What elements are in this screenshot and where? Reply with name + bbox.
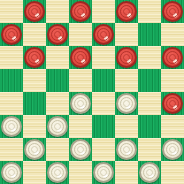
red-man[interactable] bbox=[70, 1, 91, 22]
square-r7c1[interactable] bbox=[23, 161, 46, 184]
square-r6c6[interactable] bbox=[138, 138, 161, 161]
square-r5c6[interactable] bbox=[138, 115, 161, 138]
square-r3c0[interactable] bbox=[0, 69, 23, 92]
white-man[interactable] bbox=[24, 139, 45, 160]
red-man[interactable] bbox=[47, 24, 68, 45]
square-r5c7[interactable] bbox=[161, 115, 184, 138]
square-r3c1[interactable] bbox=[23, 69, 46, 92]
white-man[interactable] bbox=[47, 116, 68, 137]
square-r5c3[interactable] bbox=[69, 115, 92, 138]
square-r2c4[interactable] bbox=[92, 46, 115, 69]
square-r2c6[interactable] bbox=[138, 46, 161, 69]
square-r6c2[interactable] bbox=[46, 138, 69, 161]
square-r0c2[interactable] bbox=[46, 0, 69, 23]
square-r4c7[interactable] bbox=[161, 92, 184, 115]
square-r2c2[interactable] bbox=[46, 46, 69, 69]
red-man[interactable] bbox=[24, 47, 45, 68]
white-man[interactable] bbox=[70, 139, 91, 160]
square-r1c6[interactable] bbox=[138, 23, 161, 46]
red-man[interactable] bbox=[1, 24, 22, 45]
white-man[interactable] bbox=[1, 162, 22, 183]
square-r2c3[interactable] bbox=[69, 46, 92, 69]
square-r7c0[interactable] bbox=[0, 161, 23, 184]
square-r7c5[interactable] bbox=[115, 161, 138, 184]
white-man[interactable] bbox=[139, 162, 160, 183]
red-man[interactable] bbox=[70, 47, 91, 68]
square-r3c4[interactable] bbox=[92, 69, 115, 92]
square-r6c4[interactable] bbox=[92, 138, 115, 161]
square-r3c7[interactable] bbox=[161, 69, 184, 92]
square-r2c7[interactable] bbox=[161, 46, 184, 69]
square-r3c2[interactable] bbox=[46, 69, 69, 92]
square-r7c4[interactable] bbox=[92, 161, 115, 184]
square-r4c0[interactable] bbox=[0, 92, 23, 115]
square-r0c3[interactable] bbox=[69, 0, 92, 23]
square-r1c1[interactable] bbox=[23, 23, 46, 46]
white-man[interactable] bbox=[162, 139, 183, 160]
square-r1c7[interactable] bbox=[161, 23, 184, 46]
square-r0c4[interactable] bbox=[92, 0, 115, 23]
square-r2c0[interactable] bbox=[0, 46, 23, 69]
white-man[interactable] bbox=[47, 162, 68, 183]
square-r7c2[interactable] bbox=[46, 161, 69, 184]
white-man[interactable] bbox=[1, 116, 22, 137]
square-r0c6[interactable] bbox=[138, 0, 161, 23]
square-r0c5[interactable] bbox=[115, 0, 138, 23]
white-man[interactable] bbox=[116, 93, 137, 114]
square-r4c6[interactable] bbox=[138, 92, 161, 115]
square-r1c2[interactable] bbox=[46, 23, 69, 46]
square-r4c2[interactable] bbox=[46, 92, 69, 115]
red-man[interactable] bbox=[24, 1, 45, 22]
square-r1c0[interactable] bbox=[0, 23, 23, 46]
square-r4c5[interactable] bbox=[115, 92, 138, 115]
square-r6c3[interactable] bbox=[69, 138, 92, 161]
white-man[interactable] bbox=[70, 93, 91, 114]
checkers-board bbox=[0, 0, 184, 184]
square-r1c5[interactable] bbox=[115, 23, 138, 46]
square-r5c4[interactable] bbox=[92, 115, 115, 138]
red-man[interactable] bbox=[162, 1, 183, 22]
square-r5c1[interactable] bbox=[23, 115, 46, 138]
square-r3c3[interactable] bbox=[69, 69, 92, 92]
square-r7c7[interactable] bbox=[161, 161, 184, 184]
square-r7c3[interactable] bbox=[69, 161, 92, 184]
square-r6c0[interactable] bbox=[0, 138, 23, 161]
square-r5c5[interactable] bbox=[115, 115, 138, 138]
square-r0c7[interactable] bbox=[161, 0, 184, 23]
square-r1c4[interactable] bbox=[92, 23, 115, 46]
red-man[interactable] bbox=[116, 47, 137, 68]
white-man[interactable] bbox=[116, 139, 137, 160]
square-r6c1[interactable] bbox=[23, 138, 46, 161]
square-r6c7[interactable] bbox=[161, 138, 184, 161]
square-r4c1[interactable] bbox=[23, 92, 46, 115]
square-r3c6[interactable] bbox=[138, 69, 161, 92]
square-r1c3[interactable] bbox=[69, 23, 92, 46]
square-r4c4[interactable] bbox=[92, 92, 115, 115]
red-man[interactable] bbox=[162, 93, 183, 114]
square-r0c1[interactable] bbox=[23, 0, 46, 23]
red-man[interactable] bbox=[162, 47, 183, 68]
square-r6c5[interactable] bbox=[115, 138, 138, 161]
red-man[interactable] bbox=[116, 1, 137, 22]
white-man[interactable] bbox=[93, 162, 114, 183]
square-r3c5[interactable] bbox=[115, 69, 138, 92]
square-r5c2[interactable] bbox=[46, 115, 69, 138]
square-r5c0[interactable] bbox=[0, 115, 23, 138]
square-r2c5[interactable] bbox=[115, 46, 138, 69]
square-r0c0[interactable] bbox=[0, 0, 23, 23]
square-r7c6[interactable] bbox=[138, 161, 161, 184]
square-r2c1[interactable] bbox=[23, 46, 46, 69]
square-r4c3[interactable] bbox=[69, 92, 92, 115]
red-man[interactable] bbox=[93, 24, 114, 45]
